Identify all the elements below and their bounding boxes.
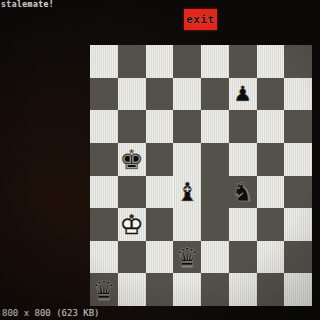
black-king-b5: ♚ <box>118 143 146 176</box>
square-g7[interactable] <box>257 78 285 111</box>
square-h2[interactable] <box>284 241 312 274</box>
square-g5[interactable] <box>257 143 285 176</box>
square-f3[interactable] <box>229 208 257 241</box>
square-c6[interactable] <box>146 110 174 143</box>
exit-button[interactable]: exit <box>184 9 217 30</box>
square-b1[interactable] <box>118 273 146 306</box>
square-d1[interactable] <box>173 273 201 306</box>
square-d8[interactable] <box>173 45 201 78</box>
square-b6[interactable] <box>118 110 146 143</box>
square-d4[interactable]: ♝ <box>173 176 201 209</box>
black-queen-a1: ♛ <box>90 273 118 306</box>
square-f7[interactable]: ♟ <box>229 78 257 111</box>
square-e8[interactable] <box>201 45 229 78</box>
square-f2[interactable] <box>229 241 257 274</box>
square-d6[interactable] <box>173 110 201 143</box>
square-f5[interactable] <box>229 143 257 176</box>
square-c4[interactable] <box>146 176 174 209</box>
square-a2[interactable] <box>90 241 118 274</box>
square-a5[interactable] <box>90 143 118 176</box>
square-c2[interactable] <box>146 241 174 274</box>
black-knight-f4: ♞ <box>229 176 257 209</box>
square-c1[interactable] <box>146 273 174 306</box>
square-h3[interactable] <box>284 208 312 241</box>
square-b8[interactable] <box>118 45 146 78</box>
square-c3[interactable] <box>146 208 174 241</box>
square-a6[interactable] <box>90 110 118 143</box>
square-g6[interactable] <box>257 110 285 143</box>
square-d5[interactable] <box>173 143 201 176</box>
black-queen-d2: ♛ <box>173 241 201 274</box>
square-g4[interactable] <box>257 176 285 209</box>
square-e4[interactable] <box>201 176 229 209</box>
chess-board: ♟♚♝♞♚♔♛♛ <box>90 45 312 306</box>
square-f8[interactable] <box>229 45 257 78</box>
chess-app-window: stalemate! exit ♟♚♝♞♚♔♛♛ 800 x 800 (623 … <box>0 0 320 320</box>
black-pawn-f7: ♟ <box>229 78 257 111</box>
stalemate-message: stalemate! <box>1 0 54 9</box>
square-b4[interactable] <box>118 176 146 209</box>
square-c7[interactable] <box>146 78 174 111</box>
square-g8[interactable] <box>257 45 285 78</box>
black-bishop-d4: ♝ <box>173 176 201 209</box>
square-c8[interactable] <box>146 45 174 78</box>
square-a1[interactable]: ♛ <box>90 273 118 306</box>
square-b2[interactable] <box>118 241 146 274</box>
square-e7[interactable] <box>201 78 229 111</box>
square-h6[interactable] <box>284 110 312 143</box>
square-a8[interactable] <box>90 45 118 78</box>
square-d3[interactable] <box>173 208 201 241</box>
white-king-b3: ♔ <box>118 208 146 241</box>
square-h5[interactable] <box>284 143 312 176</box>
square-g3[interactable] <box>257 208 285 241</box>
square-a7[interactable] <box>90 78 118 111</box>
square-b5[interactable]: ♚ <box>118 143 146 176</box>
square-h1[interactable] <box>284 273 312 306</box>
square-f6[interactable] <box>229 110 257 143</box>
square-e6[interactable] <box>201 110 229 143</box>
square-g1[interactable] <box>257 273 285 306</box>
square-h8[interactable] <box>284 45 312 78</box>
square-f1[interactable] <box>229 273 257 306</box>
square-g2[interactable] <box>257 241 285 274</box>
square-d2[interactable]: ♛ <box>173 241 201 274</box>
square-h4[interactable] <box>284 176 312 209</box>
square-b3[interactable]: ♚♔ <box>118 208 146 241</box>
square-e5[interactable] <box>201 143 229 176</box>
square-h7[interactable] <box>284 78 312 111</box>
square-f4[interactable]: ♞ <box>229 176 257 209</box>
square-e3[interactable] <box>201 208 229 241</box>
square-a3[interactable] <box>90 208 118 241</box>
square-c5[interactable] <box>146 143 174 176</box>
square-e2[interactable] <box>201 241 229 274</box>
square-b7[interactable] <box>118 78 146 111</box>
square-a4[interactable] <box>90 176 118 209</box>
square-e1[interactable] <box>201 273 229 306</box>
status-bar: 800 x 800 (623 KB) <box>2 308 100 318</box>
square-d7[interactable] <box>173 78 201 111</box>
